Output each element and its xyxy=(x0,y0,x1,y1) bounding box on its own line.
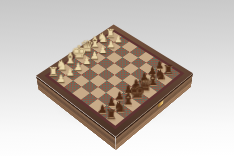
white-pawn: ♟ xyxy=(45,74,77,84)
studio-photo-background: ♜♟♟♜♞♟♟♞♝♟♟♝♛♟♟♛♚♟♟♚♝♟♟♝♞♟♟♞♜♟♟♜ xyxy=(0,0,234,156)
black-rook: ♜ xyxy=(94,109,129,122)
brass-latch-icon xyxy=(158,100,164,108)
board-square-7-7: ♜ xyxy=(106,112,124,126)
